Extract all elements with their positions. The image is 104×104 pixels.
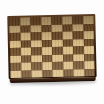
board-frame: [7, 14, 96, 79]
square-f1: [63, 69, 74, 77]
square-h1: [84, 69, 95, 77]
board-grid: [9, 16, 94, 78]
photo-background: [0, 0, 104, 104]
square-b1: [21, 70, 32, 78]
square-g1: [73, 69, 84, 77]
chessboard: [7, 14, 96, 83]
square-d1: [42, 69, 53, 77]
square-c1: [31, 70, 42, 78]
square-e1: [52, 69, 63, 77]
square-a1: [10, 70, 21, 78]
